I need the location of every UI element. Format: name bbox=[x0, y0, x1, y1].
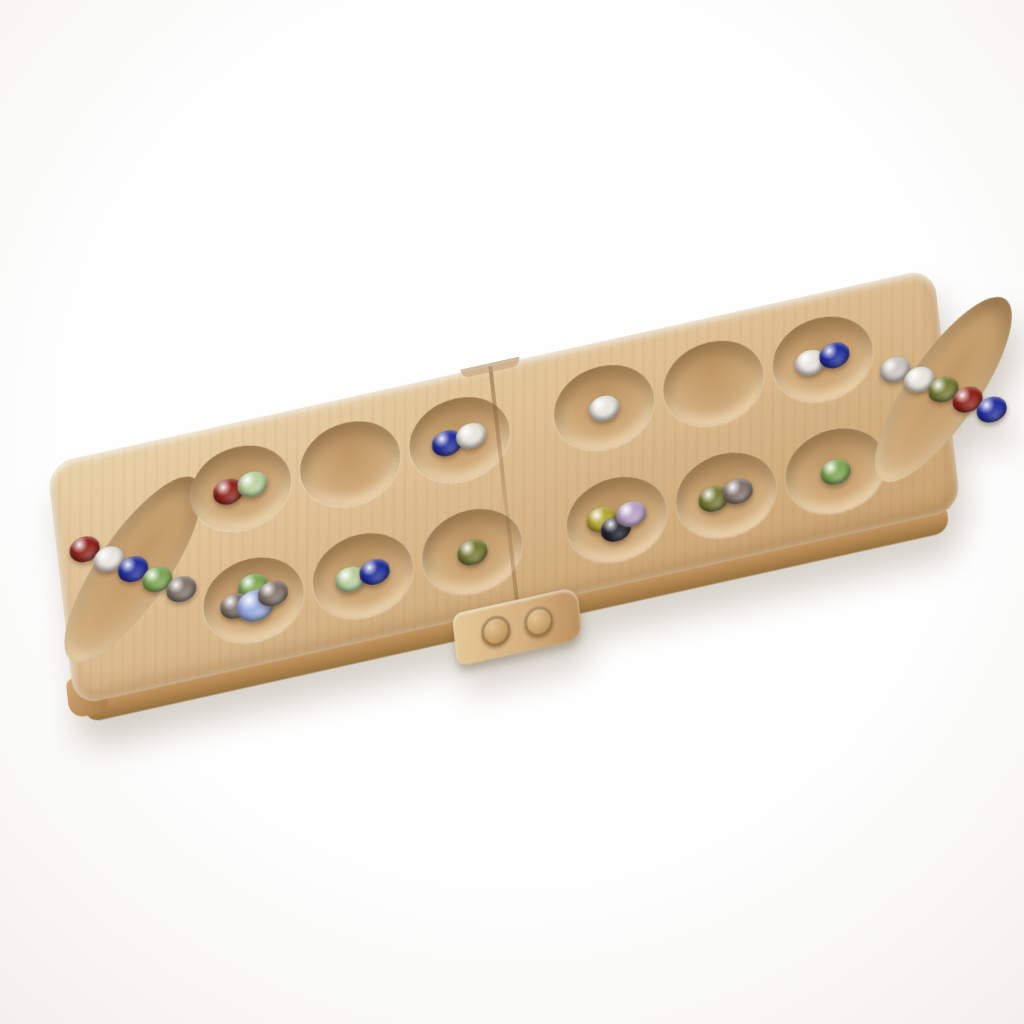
hinge-peg-left-icon bbox=[479, 613, 512, 649]
product-photo-scene bbox=[0, 0, 1024, 1024]
pit-bottom-4[interactable] bbox=[562, 467, 671, 571]
cell-top-6 bbox=[767, 295, 879, 423]
pit-bottom-6[interactable] bbox=[781, 419, 890, 523]
pit-top-1[interactable] bbox=[186, 436, 295, 540]
pit-bottom-2[interactable] bbox=[308, 524, 417, 628]
store-left-cell bbox=[66, 448, 200, 690]
cell-bottom-2 bbox=[307, 512, 419, 640]
cell-bottom-4 bbox=[561, 455, 673, 583]
board-top-surface bbox=[47, 268, 961, 706]
cell-top-4 bbox=[548, 343, 660, 471]
marble-green bbox=[819, 456, 852, 488]
mancala-board bbox=[47, 268, 961, 706]
pit-top-6[interactable] bbox=[768, 307, 877, 411]
pit-top-2[interactable] bbox=[296, 412, 405, 516]
store-right-cell bbox=[876, 269, 1010, 511]
hinge-peg-right-icon bbox=[522, 603, 555, 639]
cell-top-5 bbox=[658, 319, 770, 447]
pit-bottom-1[interactable] bbox=[199, 548, 308, 652]
store-right bbox=[852, 279, 1024, 500]
cell-bottom-1 bbox=[198, 536, 310, 664]
cell-bottom-5 bbox=[670, 431, 782, 559]
pit-top-5[interactable] bbox=[659, 331, 768, 435]
marble-olive bbox=[456, 537, 489, 569]
pit-top-4[interactable] bbox=[550, 355, 659, 459]
cell-top-2 bbox=[294, 400, 406, 528]
cell-top-1 bbox=[185, 424, 297, 552]
pit-bottom-5[interactable] bbox=[672, 443, 781, 547]
marble-clear bbox=[588, 393, 621, 425]
